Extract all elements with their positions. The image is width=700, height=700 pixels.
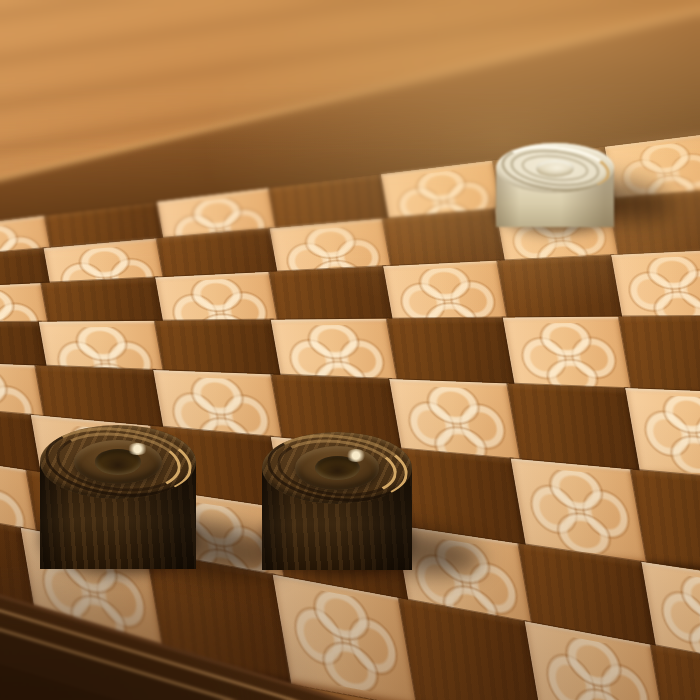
dark-man-1[interactable]: [40, 425, 196, 579]
dark-man-2[interactable]: [262, 432, 412, 580]
square-r4c7[interactable]: [619, 316, 700, 399]
specular-highlight: [127, 443, 147, 456]
specular-highlight: [346, 449, 366, 461]
checkers-board-photo: [0, 0, 700, 700]
square-r8c7[interactable]: [651, 645, 700, 700]
center-swirl: [536, 160, 574, 177]
white-man[interactable]: [496, 143, 614, 237]
